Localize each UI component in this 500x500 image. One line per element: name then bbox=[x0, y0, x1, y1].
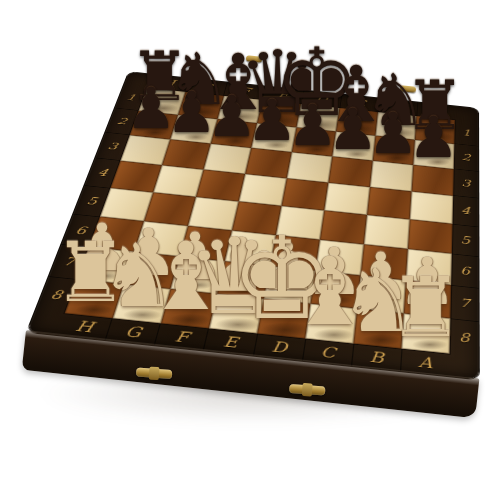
rank-label-3: 3 bbox=[453, 169, 478, 198]
brass-latch-icon bbox=[289, 384, 326, 396]
square-f4[interactable] bbox=[196, 170, 245, 202]
piece-bp[interactable]: ♟ bbox=[408, 111, 459, 163]
square-c4[interactable] bbox=[324, 183, 370, 215]
rank-label-4: 4 bbox=[453, 195, 479, 226]
square-g4[interactable] bbox=[153, 165, 203, 197]
square-d4[interactable] bbox=[281, 178, 328, 210]
square-b4[interactable] bbox=[367, 187, 412, 219]
square-e4[interactable] bbox=[239, 174, 287, 206]
brass-latch-icon bbox=[136, 368, 173, 380]
piece-wr[interactable]: ♜ bbox=[388, 270, 462, 346]
square-a4[interactable] bbox=[410, 191, 453, 223]
